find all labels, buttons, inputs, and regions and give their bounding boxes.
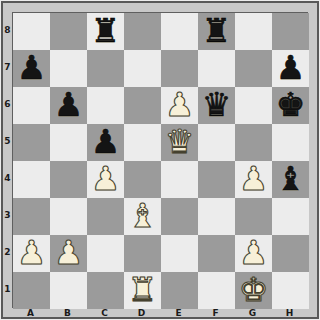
square-c1[interactable]: [87, 272, 124, 309]
file-label-e: E: [160, 309, 197, 318]
rank-label-2: 2: [3, 248, 12, 257]
rank-label-5: 5: [3, 137, 12, 146]
square-e3[interactable]: [161, 198, 198, 235]
black-king[interactable]: ♚: [272, 87, 309, 123]
square-h8[interactable]: [272, 13, 309, 50]
square-g4[interactable]: ♟: [235, 161, 272, 198]
square-d3[interactable]: ♝: [124, 198, 161, 235]
rank-label-4: 4: [3, 174, 12, 183]
rank-label-7: 7: [3, 63, 12, 72]
square-b8[interactable]: [50, 13, 87, 50]
white-pawn[interactable]: ♟: [13, 235, 50, 271]
square-g3[interactable]: [235, 198, 272, 235]
square-f3[interactable]: [198, 198, 235, 235]
square-f4[interactable]: [198, 161, 235, 198]
white-rook[interactable]: ♜: [124, 272, 161, 308]
square-a6[interactable]: [13, 87, 50, 124]
square-g8[interactable]: [235, 13, 272, 50]
square-b7[interactable]: [50, 50, 87, 87]
square-a7[interactable]: ♟: [13, 50, 50, 87]
square-b3[interactable]: [50, 198, 87, 235]
square-d2[interactable]: [124, 235, 161, 272]
square-c4[interactable]: ♟: [87, 161, 124, 198]
rank-label-6: 6: [3, 100, 12, 109]
white-pawn[interactable]: ♟: [50, 235, 87, 271]
black-pawn[interactable]: ♟: [272, 50, 309, 86]
square-c2[interactable]: [87, 235, 124, 272]
square-d1[interactable]: ♜: [124, 272, 161, 309]
square-e8[interactable]: [161, 13, 198, 50]
square-a4[interactable]: [13, 161, 50, 198]
square-f2[interactable]: [198, 235, 235, 272]
black-rook[interactable]: ♜: [198, 13, 235, 49]
square-f8[interactable]: ♜: [198, 13, 235, 50]
square-h3[interactable]: [272, 198, 309, 235]
white-bishop[interactable]: ♝: [124, 198, 161, 234]
file-label-f: F: [197, 309, 234, 318]
square-b1[interactable]: [50, 272, 87, 309]
square-e6[interactable]: ♟: [161, 87, 198, 124]
square-g6[interactable]: [235, 87, 272, 124]
square-e1[interactable]: [161, 272, 198, 309]
square-d4[interactable]: [124, 161, 161, 198]
square-d7[interactable]: [124, 50, 161, 87]
square-f7[interactable]: [198, 50, 235, 87]
square-b2[interactable]: ♟: [50, 235, 87, 272]
white-queen[interactable]: ♛: [161, 124, 198, 160]
square-f5[interactable]: [198, 124, 235, 161]
square-b5[interactable]: [50, 124, 87, 161]
file-label-c: C: [86, 309, 123, 318]
square-g7[interactable]: [235, 50, 272, 87]
chess-board-frame: ♜♜♟♟♟♟♛♚♟♛♟♟♝♝♟♟♟♜♚ 87654321ABCDEFGH: [0, 0, 320, 320]
file-label-d: D: [123, 309, 160, 318]
square-d6[interactable]: [124, 87, 161, 124]
square-e4[interactable]: [161, 161, 198, 198]
square-h1[interactable]: [272, 272, 309, 309]
rank-label-1: 1: [3, 285, 12, 294]
square-h5[interactable]: [272, 124, 309, 161]
white-pawn[interactable]: ♟: [235, 235, 272, 271]
square-e2[interactable]: [161, 235, 198, 272]
square-c6[interactable]: [87, 87, 124, 124]
square-e7[interactable]: [161, 50, 198, 87]
rank-label-8: 8: [3, 26, 12, 35]
square-g1[interactable]: ♚: [235, 272, 272, 309]
white-pawn[interactable]: ♟: [87, 161, 124, 197]
square-c8[interactable]: ♜: [87, 13, 124, 50]
black-queen[interactable]: ♛: [198, 87, 235, 123]
square-e5[interactable]: ♛: [161, 124, 198, 161]
square-a5[interactable]: [13, 124, 50, 161]
black-pawn[interactable]: ♟: [87, 124, 124, 160]
square-b6[interactable]: ♟: [50, 87, 87, 124]
square-h2[interactable]: [272, 235, 309, 272]
square-d8[interactable]: [124, 13, 161, 50]
white-pawn[interactable]: ♟: [235, 161, 272, 197]
white-pawn[interactable]: ♟: [161, 87, 198, 123]
square-a3[interactable]: [13, 198, 50, 235]
black-rook[interactable]: ♜: [87, 13, 124, 49]
square-g2[interactable]: ♟: [235, 235, 272, 272]
square-f6[interactable]: ♛: [198, 87, 235, 124]
square-h4[interactable]: ♝: [272, 161, 309, 198]
file-label-b: B: [49, 309, 86, 318]
square-a1[interactable]: [13, 272, 50, 309]
square-c5[interactable]: ♟: [87, 124, 124, 161]
square-f1[interactable]: [198, 272, 235, 309]
square-g5[interactable]: [235, 124, 272, 161]
rank-label-3: 3: [3, 211, 12, 220]
square-b4[interactable]: [50, 161, 87, 198]
square-h6[interactable]: ♚: [272, 87, 309, 124]
file-label-h: H: [271, 309, 308, 318]
square-a2[interactable]: ♟: [13, 235, 50, 272]
square-c7[interactable]: [87, 50, 124, 87]
square-c3[interactable]: [87, 198, 124, 235]
black-pawn[interactable]: ♟: [50, 87, 87, 123]
chess-board: ♜♜♟♟♟♟♛♚♟♛♟♟♝♝♟♟♟♜♚: [12, 12, 308, 308]
white-king[interactable]: ♚: [235, 272, 272, 308]
square-a8[interactable]: [13, 13, 50, 50]
file-label-a: A: [12, 309, 49, 318]
black-bishop[interactable]: ♝: [272, 161, 309, 197]
square-d5[interactable]: [124, 124, 161, 161]
file-label-g: G: [234, 309, 271, 318]
black-pawn[interactable]: ♟: [13, 50, 50, 86]
square-h7[interactable]: ♟: [272, 50, 309, 87]
